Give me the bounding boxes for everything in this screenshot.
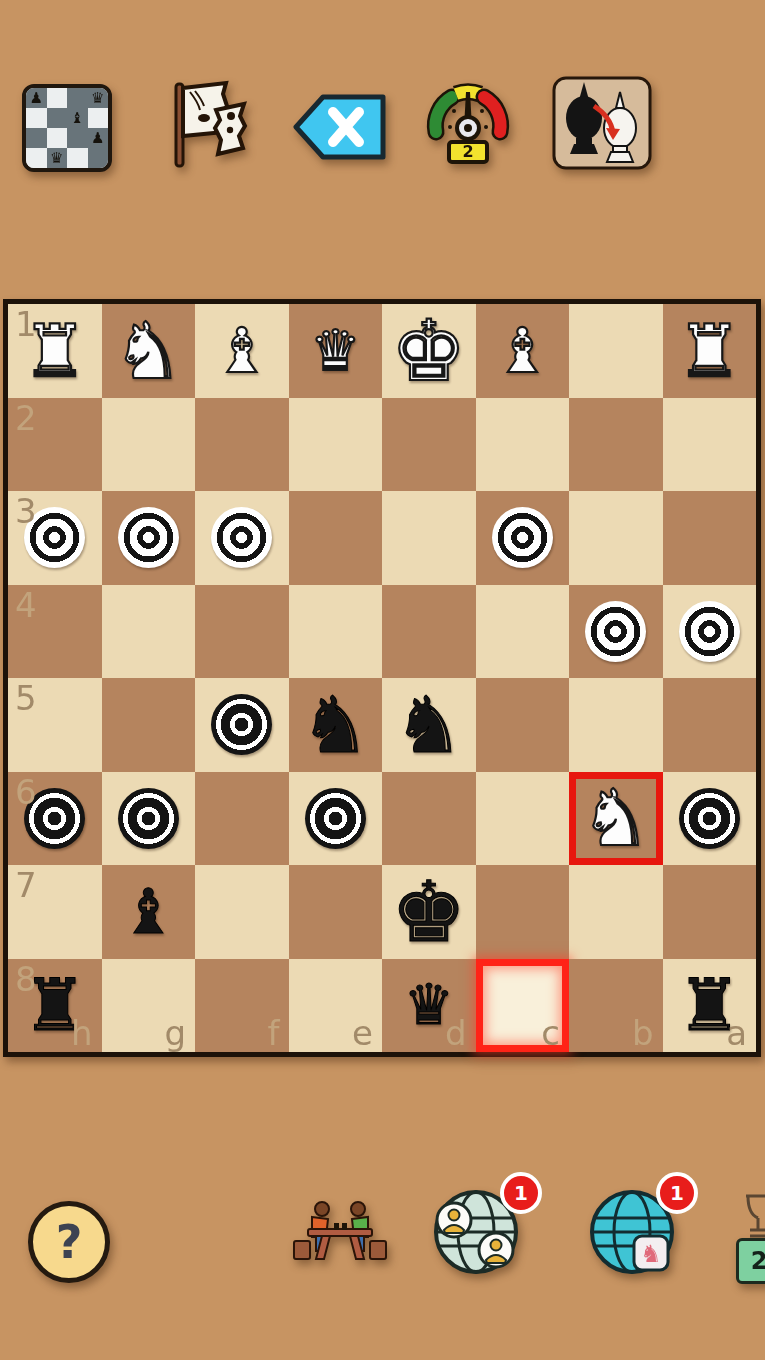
square-e3[interactable]: [289, 491, 383, 585]
square-a2[interactable]: [663, 398, 757, 492]
file-label-g: g: [164, 1016, 186, 1050]
file-label-e: e: [352, 1016, 373, 1050]
piece-white-met-queen: ♛: [310, 323, 360, 379]
square-d1[interactable]: ♚: [382, 304, 476, 398]
piece-black-bia-pawn: [211, 694, 272, 755]
square-b5[interactable]: [569, 678, 663, 772]
club-knight-emblem: ♞: [640, 1240, 662, 1268]
square-h2[interactable]: 2: [8, 398, 102, 492]
square-d5[interactable]: ♞: [382, 678, 476, 772]
board: ♜1♞♝♛♚♝♜2345♞♞6♞7♝♚♜8hgfe♛dcb♜a: [3, 299, 761, 1057]
rank-label-2: 2: [15, 401, 37, 435]
square-d4[interactable]: [382, 585, 476, 679]
square-e4[interactable]: [289, 585, 383, 679]
piece-black-bia-pawn: [24, 788, 85, 849]
square-g1[interactable]: ♞: [102, 304, 196, 398]
piece-black-khon-bishop: ♝: [120, 881, 176, 943]
square-f6[interactable]: [195, 772, 289, 866]
square-e1[interactable]: ♛: [289, 304, 383, 398]
square-c5[interactable]: [476, 678, 570, 772]
piece-white-bia-pawn: [24, 507, 85, 568]
square-g7[interactable]: ♝: [102, 865, 196, 959]
piece-white-khun-king: ♚: [391, 309, 466, 393]
square-a3[interactable]: [663, 491, 757, 585]
square-g5[interactable]: [102, 678, 196, 772]
square-e6[interactable]: [289, 772, 383, 866]
piece-white-bia-pawn: [585, 601, 646, 662]
piece-black-bia-pawn: [305, 788, 366, 849]
square-g8[interactable]: g: [102, 959, 196, 1053]
square-b1[interactable]: [569, 304, 663, 398]
square-b4[interactable]: [569, 585, 663, 679]
online-club-badge: 1: [656, 1172, 698, 1214]
resign-button[interactable]: [168, 80, 250, 174]
square-d7[interactable]: ♚: [382, 865, 476, 959]
two-players-table-icon: [292, 1197, 388, 1265]
square-b6[interactable]: ♞: [569, 772, 663, 866]
piece-white-bia-pawn: [679, 601, 740, 662]
piece-white-knight: ♞: [113, 312, 183, 390]
undo-arrow-icon: [293, 94, 387, 160]
square-d6[interactable]: [382, 772, 476, 866]
square-e5[interactable]: ♞: [289, 678, 383, 772]
online-players-button[interactable]: 1: [430, 1172, 542, 1280]
piece-black-rook: ♜: [22, 969, 87, 1041]
piece-black-bia-pawn: [679, 788, 740, 849]
square-g4[interactable]: [102, 585, 196, 679]
piece-black-bia-pawn: [118, 788, 179, 849]
file-label-c: c: [541, 1016, 560, 1050]
rank-label-7: 7: [15, 868, 37, 902]
help-question-icon: ?: [56, 1215, 83, 1269]
square-b2[interactable]: [569, 398, 663, 492]
square-b7[interactable]: [569, 865, 663, 959]
square-h4[interactable]: 4: [8, 585, 102, 679]
square-a8[interactable]: ♜a: [663, 959, 757, 1053]
rank-label-5: 5: [15, 681, 37, 715]
square-f2[interactable]: [195, 398, 289, 492]
piece-black-knight: ♞: [300, 686, 370, 764]
square-e7[interactable]: [289, 865, 383, 959]
switch-sides-icon: [552, 76, 652, 170]
piece-white-bia-pawn: [211, 507, 272, 568]
square-a6[interactable]: [663, 772, 757, 866]
square-g6[interactable]: [102, 772, 196, 866]
square-c6[interactable]: [476, 772, 570, 866]
square-f1[interactable]: ♝: [195, 304, 289, 398]
rank-label-4: 4: [15, 588, 37, 622]
resign-flag-icon: [168, 80, 250, 170]
square-f4[interactable]: [195, 585, 289, 679]
square-b8[interactable]: b: [569, 959, 663, 1053]
help-button[interactable]: ?: [28, 1201, 110, 1283]
square-h1[interactable]: ♜1: [8, 304, 102, 398]
mini-chessboard-icon: ♟♛ ♝ ♟ ♛: [22, 84, 112, 172]
piece-white-bia-pawn: [492, 507, 553, 568]
piece-black-rook: ♜: [677, 969, 742, 1041]
undo-button[interactable]: [293, 94, 387, 164]
trophy-partial-icon: [742, 1192, 765, 1244]
square-a7[interactable]: [663, 865, 757, 959]
app-root: { "game": "makruk (Thai chess)", "positi…: [0, 0, 765, 1360]
square-d8[interactable]: ♛d: [382, 959, 476, 1053]
square-f8[interactable]: f: [195, 959, 289, 1053]
file-label-b: b: [632, 1016, 654, 1050]
square-a4[interactable]: [663, 585, 757, 679]
piece-white-rook: ♜: [22, 315, 87, 387]
difficulty-gauge-icon: 2: [423, 80, 513, 166]
piece-white-bia-pawn: [118, 507, 179, 568]
square-c8[interactable]: c: [476, 959, 570, 1053]
square-h7[interactable]: 7: [8, 865, 102, 959]
board-editor-button[interactable]: ♟♛ ♝ ♟ ♛: [22, 84, 112, 172]
square-c4[interactable]: [476, 585, 570, 679]
piece-white-knight: ♞: [581, 779, 651, 857]
difficulty-button[interactable]: 2: [423, 80, 513, 170]
square-h3[interactable]: 3: [8, 491, 102, 585]
online-club-button[interactable]: ♞ 1: [586, 1172, 698, 1280]
piece-white-rook: ♜: [677, 315, 742, 387]
piece-black-met-queen: ♛: [404, 977, 454, 1033]
square-c3[interactable]: [476, 491, 570, 585]
square-g3[interactable]: [102, 491, 196, 585]
piece-white-khon-bishop: ♝: [214, 320, 270, 382]
square-c7[interactable]: [476, 865, 570, 959]
switch-sides-button[interactable]: [552, 76, 652, 174]
square-e2[interactable]: [289, 398, 383, 492]
square-d2[interactable]: [382, 398, 476, 492]
square-b3[interactable]: [569, 491, 663, 585]
piece-white-khon-bishop: ♝: [494, 320, 550, 382]
square-c1[interactable]: ♝: [476, 304, 570, 398]
square-a5[interactable]: [663, 678, 757, 772]
square-f3[interactable]: [195, 491, 289, 585]
online-players-badge: 1: [500, 1172, 542, 1214]
square-f7[interactable]: [195, 865, 289, 959]
edge-level-badge[interactable]: 2: [736, 1238, 765, 1284]
square-e8[interactable]: e: [289, 959, 383, 1053]
square-d3[interactable]: [382, 491, 476, 585]
piece-black-knight: ♞: [394, 686, 464, 764]
square-c2[interactable]: [476, 398, 570, 492]
square-h8[interactable]: ♜8h: [8, 959, 102, 1053]
square-g2[interactable]: [102, 398, 196, 492]
square-h6[interactable]: 6: [8, 772, 102, 866]
square-f5[interactable]: [195, 678, 289, 772]
local-two-player-button[interactable]: [292, 1197, 388, 1269]
file-label-f: f: [268, 1016, 280, 1050]
piece-black-khun-king: ♚: [391, 870, 466, 954]
square-h5[interactable]: 5: [8, 678, 102, 772]
difficulty-level-label: 2: [462, 142, 473, 161]
square-a1[interactable]: ♜: [663, 304, 757, 398]
